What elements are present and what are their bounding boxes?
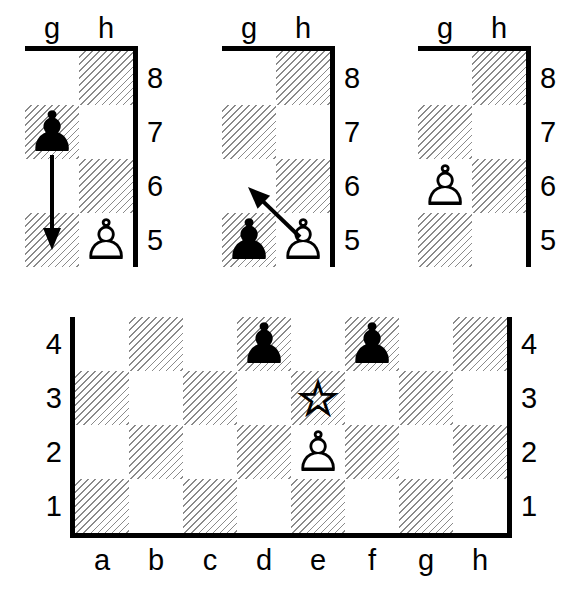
file-labels: gh: [222, 8, 335, 46]
square-h5: ♙: [79, 213, 133, 267]
board-grid: ♙: [418, 46, 531, 267]
square-g7: [418, 105, 472, 159]
rank-label-8: 8: [344, 51, 360, 105]
square-e2: ♙: [291, 425, 345, 479]
square-g6: ♙: [418, 159, 472, 213]
square-h3: [453, 371, 507, 425]
black-pawn-g7: ♟: [25, 105, 79, 159]
black-pawn-d4: ♟: [237, 317, 291, 371]
file-labels: gh: [25, 8, 138, 46]
square-g6: [25, 159, 79, 213]
file-label-g: g: [418, 14, 472, 43]
mini-board-2: gh ♟♙ 8765: [222, 8, 360, 267]
file-label-h: h: [472, 14, 526, 43]
file-labels: gh: [418, 8, 531, 46]
black-pawn-g5: ♟: [222, 213, 276, 267]
file-label-g: g: [25, 14, 79, 43]
square-a4: [75, 317, 129, 371]
file-label-f: f: [345, 546, 399, 575]
square-b2: [129, 425, 183, 479]
file-label-h: h: [79, 14, 133, 43]
file-label-a: a: [75, 546, 129, 575]
square-a3: [75, 371, 129, 425]
square-g5: [25, 213, 79, 267]
rank-label-5: 5: [147, 213, 163, 267]
square-h4: [453, 317, 507, 371]
rank-label-4: 4: [40, 317, 62, 371]
square-h7: [79, 105, 133, 159]
rank-label-5: 5: [540, 213, 556, 267]
square-d4: ♟: [237, 317, 291, 371]
square-h8: [472, 51, 526, 105]
rank-labels: 8765: [138, 51, 163, 267]
square-h5: ♙: [276, 213, 330, 267]
file-label-h: h: [453, 546, 507, 575]
board-grid: ♟♙: [222, 46, 335, 267]
square-g2: [399, 425, 453, 479]
white-pawn-h5: ♙: [79, 213, 133, 267]
square-c4: [183, 317, 237, 371]
square-e4: [291, 317, 345, 371]
square-h2: [453, 425, 507, 479]
main-board: 4321 ♟♟☆♙ abcdefgh 4321: [40, 317, 537, 574]
rank-label-7: 7: [147, 105, 163, 159]
square-g8: [222, 51, 276, 105]
square-h1: [453, 479, 507, 533]
square-c2: [183, 425, 237, 479]
rank-label-4: 4: [521, 317, 537, 371]
rank-label-6: 6: [540, 159, 556, 213]
rank-label-6: 6: [344, 159, 360, 213]
square-g1: [399, 479, 453, 533]
square-d3: [237, 371, 291, 425]
board-grid: ♟♙: [25, 46, 138, 267]
square-g7: ♟: [25, 105, 79, 159]
square-g7: [222, 105, 276, 159]
rank-label-3: 3: [521, 371, 537, 425]
rank-label-2: 2: [40, 425, 62, 479]
square-h6: [79, 159, 133, 213]
square-g8: [25, 51, 79, 105]
square-f4: ♟: [345, 317, 399, 371]
file-label-h: h: [276, 14, 330, 43]
mini-board-3: gh ♙ 8765: [418, 8, 556, 267]
square-d1: [237, 479, 291, 533]
black-pawn-f4: ♟: [345, 317, 399, 371]
square-g6: [222, 159, 276, 213]
file-labels: abcdefgh: [75, 538, 512, 574]
square-e3: ☆: [291, 371, 345, 425]
rank-label-6: 6: [147, 159, 163, 213]
square-a2: [75, 425, 129, 479]
square-b3: [129, 371, 183, 425]
square-c3: [183, 371, 237, 425]
square-f3: [345, 371, 399, 425]
file-label-d: d: [237, 546, 291, 575]
board-grid: ♟♟☆♙: [70, 317, 512, 538]
rank-label-5: 5: [344, 213, 360, 267]
square-f1: [345, 479, 399, 533]
mini-board-1: gh ♟♙ 8765: [25, 8, 163, 267]
square-g8: [418, 51, 472, 105]
rank-labels-left: 4321: [40, 317, 70, 533]
square-g5: ♟: [222, 213, 276, 267]
square-b1: [129, 479, 183, 533]
rank-label-8: 8: [147, 51, 163, 105]
square-g3: [399, 371, 453, 425]
file-label-c: c: [183, 546, 237, 575]
file-label-g: g: [222, 14, 276, 43]
square-h5: [472, 213, 526, 267]
star-marker-e3: ☆: [291, 371, 345, 425]
square-g5: [418, 213, 472, 267]
square-h6: [276, 159, 330, 213]
rank-labels: 8765: [335, 51, 360, 267]
square-h7: [276, 105, 330, 159]
square-e1: [291, 479, 345, 533]
square-h7: [472, 105, 526, 159]
white-pawn-h5: ♙: [276, 213, 330, 267]
rank-label-8: 8: [540, 51, 556, 105]
rank-label-1: 1: [40, 479, 62, 533]
file-label-e: e: [291, 546, 345, 575]
square-h8: [276, 51, 330, 105]
square-b4: [129, 317, 183, 371]
rank-label-3: 3: [40, 371, 62, 425]
white-pawn-e2: ♙: [291, 425, 345, 479]
square-d2: [237, 425, 291, 479]
rank-labels-right: 4321: [512, 317, 537, 533]
square-c1: [183, 479, 237, 533]
file-label-g: g: [399, 546, 453, 575]
rank-label-7: 7: [540, 105, 556, 159]
square-h6: [472, 159, 526, 213]
square-f2: [345, 425, 399, 479]
rank-label-1: 1: [521, 479, 537, 533]
square-a1: [75, 479, 129, 533]
square-h8: [79, 51, 133, 105]
rank-label-7: 7: [344, 105, 360, 159]
white-pawn-g6: ♙: [418, 159, 472, 213]
rank-labels: 8765: [531, 51, 556, 267]
rank-label-2: 2: [521, 425, 537, 479]
file-label-b: b: [129, 546, 183, 575]
square-g4: [399, 317, 453, 371]
